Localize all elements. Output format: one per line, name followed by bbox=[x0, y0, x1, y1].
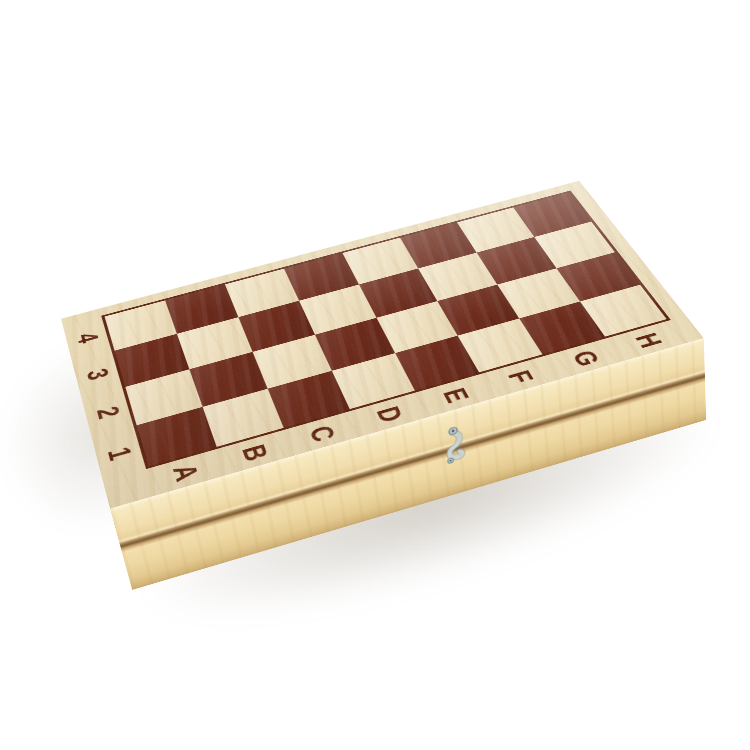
square-g1 bbox=[519, 301, 605, 354]
metal-clasp-icon bbox=[439, 421, 472, 478]
rank-label-2: 2 bbox=[91, 404, 123, 422]
square-d2 bbox=[315, 318, 395, 371]
square-b1 bbox=[203, 389, 284, 447]
file-label-E: E bbox=[437, 385, 473, 405]
square-b2 bbox=[189, 352, 267, 407]
rank-label-3: 3 bbox=[81, 366, 112, 383]
file-label-C: C bbox=[304, 422, 340, 444]
square-e1 bbox=[395, 336, 479, 391]
square-c2 bbox=[253, 335, 332, 389]
square-f1 bbox=[458, 318, 543, 372]
square-h1 bbox=[580, 285, 667, 337]
rank-label-1: 1 bbox=[102, 444, 136, 463]
square-a1 bbox=[137, 407, 217, 466]
file-label-F: F bbox=[503, 367, 539, 386]
rank-label-4: 4 bbox=[72, 330, 102, 346]
file-label-B: B bbox=[236, 442, 272, 464]
file-label-H: H bbox=[630, 330, 667, 350]
square-a2 bbox=[125, 369, 202, 425]
square-c1 bbox=[268, 371, 350, 428]
square-d1 bbox=[332, 353, 415, 409]
product-scene: 4321 ABCDEFGH bbox=[0, 0, 750, 750]
file-label-G: G bbox=[566, 348, 604, 369]
file-label-D: D bbox=[371, 403, 407, 425]
file-label-A: A bbox=[167, 461, 203, 484]
